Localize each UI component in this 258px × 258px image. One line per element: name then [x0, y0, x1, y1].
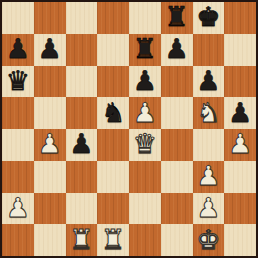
square-g6[interactable]: ♟	[193, 66, 225, 98]
square-f4[interactable]	[161, 129, 193, 161]
square-c8[interactable]	[66, 2, 98, 34]
square-g3[interactable]: ♟	[193, 161, 225, 193]
square-h5[interactable]: ♟	[224, 97, 256, 129]
square-c4[interactable]: ♟	[66, 129, 98, 161]
square-c7[interactable]	[66, 34, 98, 66]
black-pawn-icon: ♟	[69, 130, 93, 157]
square-b1[interactable]	[34, 224, 66, 256]
square-h8[interactable]	[224, 2, 256, 34]
square-f6[interactable]	[161, 66, 193, 98]
white-queen-icon: ♛	[133, 130, 157, 157]
square-f7[interactable]: ♟	[161, 34, 193, 66]
square-g7[interactable]	[193, 34, 225, 66]
white-pawn-icon: ♟	[6, 194, 30, 221]
white-knight-icon: ♞	[196, 99, 220, 126]
square-f5[interactable]	[161, 97, 193, 129]
square-c5[interactable]	[66, 97, 98, 129]
white-pawn-icon: ♟	[196, 162, 220, 189]
white-pawn-icon: ♟	[196, 194, 220, 221]
black-pawn-icon: ♟	[133, 67, 157, 94]
chess-app: ♜♚♟♟♜♟♛♟♟♞♟♞♟♟♟♛♟♟♟♟♜♜♚	[0, 0, 258, 258]
white-pawn-icon: ♟	[228, 130, 252, 157]
square-d8[interactable]	[97, 2, 129, 34]
white-rook-icon: ♜	[69, 226, 93, 253]
black-rook-icon: ♜	[133, 35, 157, 62]
square-c1[interactable]: ♜	[66, 224, 98, 256]
black-knight-icon: ♞	[101, 99, 125, 126]
square-a3[interactable]	[2, 161, 34, 193]
square-a7[interactable]: ♟	[2, 34, 34, 66]
white-pawn-icon: ♟	[38, 130, 62, 157]
square-e4[interactable]: ♛	[129, 129, 161, 161]
square-e5[interactable]: ♟	[129, 97, 161, 129]
square-e3[interactable]	[129, 161, 161, 193]
square-d1[interactable]: ♜	[97, 224, 129, 256]
square-c6[interactable]	[66, 66, 98, 98]
white-king-icon: ♚	[196, 226, 220, 253]
black-pawn-icon: ♟	[165, 35, 189, 62]
square-b8[interactable]	[34, 2, 66, 34]
square-b2[interactable]	[34, 193, 66, 225]
square-b5[interactable]	[34, 97, 66, 129]
black-pawn-icon: ♟	[6, 35, 30, 62]
square-e1[interactable]	[129, 224, 161, 256]
square-d7[interactable]	[97, 34, 129, 66]
square-b6[interactable]	[34, 66, 66, 98]
square-g1[interactable]: ♚	[193, 224, 225, 256]
square-d2[interactable]	[97, 193, 129, 225]
black-pawn-icon: ♟	[196, 67, 220, 94]
square-f1[interactable]	[161, 224, 193, 256]
black-queen-icon: ♛	[6, 67, 30, 94]
square-g2[interactable]: ♟	[193, 193, 225, 225]
square-g5[interactable]: ♞	[193, 97, 225, 129]
square-e8[interactable]	[129, 2, 161, 34]
white-rook-icon: ♜	[101, 226, 125, 253]
square-f2[interactable]	[161, 193, 193, 225]
square-c3[interactable]	[66, 161, 98, 193]
white-pawn-icon: ♟	[133, 99, 157, 126]
square-b7[interactable]: ♟	[34, 34, 66, 66]
square-h4[interactable]: ♟	[224, 129, 256, 161]
square-d5[interactable]: ♞	[97, 97, 129, 129]
square-a4[interactable]	[2, 129, 34, 161]
square-e2[interactable]	[129, 193, 161, 225]
square-a6[interactable]: ♛	[2, 66, 34, 98]
square-a5[interactable]	[2, 97, 34, 129]
square-a2[interactable]: ♟	[2, 193, 34, 225]
square-h2[interactable]	[224, 193, 256, 225]
black-king-icon: ♚	[196, 3, 220, 30]
square-d4[interactable]	[97, 129, 129, 161]
square-h1[interactable]	[224, 224, 256, 256]
square-f8[interactable]: ♜	[161, 2, 193, 34]
black-rook-icon: ♜	[165, 3, 189, 30]
square-h6[interactable]	[224, 66, 256, 98]
square-a1[interactable]	[2, 224, 34, 256]
square-b3[interactable]	[34, 161, 66, 193]
square-h3[interactable]	[224, 161, 256, 193]
square-d3[interactable]	[97, 161, 129, 193]
square-g4[interactable]	[193, 129, 225, 161]
black-pawn-icon: ♟	[228, 99, 252, 126]
square-g8[interactable]: ♚	[193, 2, 225, 34]
square-a8[interactable]	[2, 2, 34, 34]
square-e7[interactable]: ♜	[129, 34, 161, 66]
square-c2[interactable]	[66, 193, 98, 225]
square-h7[interactable]	[224, 34, 256, 66]
square-d6[interactable]	[97, 66, 129, 98]
black-pawn-icon: ♟	[38, 35, 62, 62]
square-f3[interactable]	[161, 161, 193, 193]
square-e6[interactable]: ♟	[129, 66, 161, 98]
square-b4[interactable]: ♟	[34, 129, 66, 161]
chess-board: ♜♚♟♟♜♟♛♟♟♞♟♞♟♟♟♛♟♟♟♟♜♜♚	[0, 0, 258, 258]
